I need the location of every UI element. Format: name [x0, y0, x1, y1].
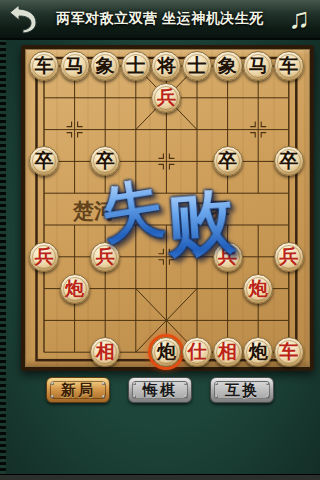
piece-black-a0[interactable]: 车 [29, 51, 59, 81]
rivet-icon [184, 382, 187, 385]
rivet-icon [51, 395, 54, 398]
piece-red-c6[interactable]: 兵 [90, 242, 120, 272]
music-note-icon: ♫ [288, 2, 310, 34]
piece-red-a6[interactable]: 兵 [29, 242, 59, 272]
new-game-button-label: 新局 [50, 381, 106, 399]
rivet-icon [102, 382, 105, 385]
piece-black-i3[interactable]: 卒 [274, 146, 304, 176]
rivet-icon [266, 382, 269, 385]
rivet-icon [102, 395, 105, 398]
swap-sides-button[interactable]: 互换 [210, 377, 274, 403]
piece-black-h0[interactable]: 马 [243, 51, 273, 81]
xiangqi-board[interactable]: 楚河 汉界 车马象士将士象马车兵卒卒卒卒兵兵兵兵炮炮相炮仕相炮车 失 败 [21, 45, 314, 371]
rivet-icon [51, 382, 54, 385]
undo-move-button-label: 悔棋 [132, 381, 188, 399]
top-bar: 两军对敌立双营 坐运神机决生死 ♫ [0, 0, 320, 40]
rivet-icon [184, 395, 187, 398]
piece-red-i6[interactable]: 兵 [274, 242, 304, 272]
button-row: 新局 悔棋 互换 [0, 377, 320, 403]
serrated-edge [0, 36, 6, 480]
swap-sides-button-label: 互换 [214, 381, 270, 399]
bottom-strip [0, 474, 320, 480]
piece-red-i9[interactable]: 车 [274, 337, 304, 367]
piece-black-i0[interactable]: 车 [274, 51, 304, 81]
piece-red-f9[interactable]: 仕 [182, 337, 212, 367]
back-arrow-icon [6, 4, 40, 34]
piece-red-g6[interactable]: 兵 [213, 242, 243, 272]
undo-move-button[interactable]: 悔棋 [128, 377, 192, 403]
piece-red-g9[interactable]: 相 [213, 337, 243, 367]
rivet-icon [133, 395, 136, 398]
new-game-button[interactable]: 新局 [46, 377, 110, 403]
rivet-icon [133, 382, 136, 385]
back-button[interactable] [6, 4, 40, 34]
piece-red-e1[interactable]: 兵 [151, 83, 181, 113]
piece-black-g0[interactable]: 象 [213, 51, 243, 81]
piece-black-g3[interactable]: 卒 [213, 146, 243, 176]
level-title: 两军对敌立双营 坐运神机决生死 [56, 10, 263, 28]
rivet-icon [215, 395, 218, 398]
piece-black-f0[interactable]: 士 [182, 51, 212, 81]
piece-red-b7[interactable]: 炮 [60, 274, 90, 304]
rivet-icon [215, 382, 218, 385]
piece-black-c0[interactable]: 象 [90, 51, 120, 81]
piece-black-d0[interactable]: 士 [121, 51, 151, 81]
music-button[interactable]: ♫ [282, 0, 316, 36]
piece-black-b0[interactable]: 马 [60, 51, 90, 81]
piece-red-h7[interactable]: 炮 [243, 274, 273, 304]
rivet-icon [266, 395, 269, 398]
